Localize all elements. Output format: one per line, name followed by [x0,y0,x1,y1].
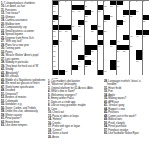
grid-cell[interactable] [143,10,149,14]
cell-number: 15 [53,10,55,12]
cell-number: 65 [85,65,87,67]
grid-cell[interactable] [72,15,78,19]
grid-cell[interactable]: 42 [130,35,136,39]
cell-number: 55 [123,50,125,52]
grid-cell[interactable]: 54 [117,50,123,54]
grid-cell[interactable] [72,60,78,64]
cell-number: 62 [136,60,138,62]
down-clues-list-right: 28. Language in which 'uhuru' is 'freedo… [104,79,149,135]
grid-cell[interactable]: 1 [59,1,65,5]
grid-cell-black [59,70,65,74]
grid-cell[interactable]: 31 [72,25,78,29]
clue-item: 26. Arrive [48,135,101,138]
grid-cell-black [53,70,59,74]
grid-cell-black [78,55,84,59]
cell-number: 25 [130,15,132,17]
clue-text: Like fastballer Nolan Ryan [108,131,139,134]
grid-cell[interactable]: 16 [72,10,78,14]
grid-cell[interactable]: 53 [91,50,97,54]
grid-cell[interactable] [136,25,142,29]
cell-number: 7 [130,0,131,2]
grid-cell[interactable] [85,25,91,29]
grid-cell-black [110,65,116,69]
grid-cell[interactable]: 26 [53,20,59,24]
grid-cell[interactable] [143,5,149,9]
grid-cell[interactable]: 59 [78,60,84,64]
grid-cell[interactable] [98,1,104,5]
grid-cell[interactable] [104,35,110,39]
cell-number: 38 [91,30,93,32]
cell-number: 37 [65,30,67,32]
cell-number: 2 [65,0,66,2]
cell-number: 47 [117,40,119,42]
grid-cell[interactable] [78,15,84,19]
cell-number: 49 [98,45,100,47]
grid-cell[interactable]: 48 [53,45,59,49]
cell-number: 27 [85,20,87,22]
cell-number: 52 [53,50,55,52]
grid-cell[interactable] [123,65,129,69]
grid-cell[interactable] [104,55,110,59]
grid-cell[interactable] [85,30,91,34]
cell-number: 10 [53,5,55,7]
grid-cell[interactable] [130,50,136,54]
grid-cell[interactable]: 18 [91,10,97,14]
grid-cell[interactable] [110,70,116,74]
cell-number: 21 [59,15,61,17]
cell-number: 35 [53,30,55,32]
cell-number: 30 [143,20,145,22]
grid-cell[interactable] [143,65,149,69]
grid-cell[interactable] [130,5,136,9]
grid-cell[interactable] [136,15,142,19]
cell-number: 34 [117,25,119,27]
cell-number: 53 [91,50,93,52]
grid-cell[interactable] [59,5,65,9]
grid-cell[interactable] [59,45,65,49]
grid-cell[interactable] [143,55,149,59]
cell-number: 57 [85,55,87,57]
grid-cell[interactable] [59,65,65,69]
grid-cell[interactable]: 64 [78,65,84,69]
grid-cell[interactable] [65,40,71,44]
grid-cell[interactable]: 55 [123,50,129,54]
grid-cell-black [85,45,91,49]
grid-cell[interactable] [143,60,149,64]
grid-cell[interactable] [78,45,84,49]
grid-cell[interactable] [85,35,91,39]
grid-cell[interactable] [85,70,91,74]
cell-number: 67 [65,70,67,72]
grid-cell[interactable]: 41 [78,35,84,39]
cell-number: 36 [59,30,61,32]
grid-cell[interactable] [130,65,136,69]
grid-cell[interactable] [65,10,71,14]
grid-cell[interactable]: 47 [117,40,123,44]
grid-cell[interactable] [123,60,129,64]
cell-number: 12 [104,5,106,7]
grid-cell-black [85,50,91,54]
cell-number: 50 [110,45,112,47]
cell-number: 24 [123,15,125,17]
grid-cell[interactable]: 15 [53,10,59,14]
grid-cell[interactable]: 19 [98,10,104,14]
grid-cell[interactable] [72,50,78,54]
clue-text: Like some tempers [5,124,28,127]
cell-number: 66 [117,65,119,67]
grid-cell[interactable]: 11 [85,5,91,9]
down-clues-column-left: 1. Coy maiden's declaration2. 'Waste not… [48,79,103,150]
grid-cell[interactable]: 13 [110,5,116,9]
grid-cell[interactable] [130,20,136,24]
grid-cell[interactable] [98,55,104,59]
cell-number: 1 [59,0,60,2]
cell-number: 54 [117,50,119,52]
grid-cell[interactable] [65,50,71,54]
clue-text: Arrive [52,135,59,138]
cell-number: 4 [91,0,92,2]
grid-cell[interactable] [65,35,71,39]
grid-cell[interactable] [110,20,116,24]
grid-cell[interactable]: 39 [104,30,110,34]
grid-cell[interactable]: 32 [78,25,84,29]
grid-cell[interactable]: 45 [59,40,65,44]
down-clues-list-left: 1. Coy maiden's declaration2. 'Waste not… [48,79,101,138]
cell-number: 3 [85,0,86,2]
grid-cell[interactable] [117,30,123,34]
grid-cell[interactable] [91,15,97,19]
cell-number: 22 [85,15,87,17]
grid-cell[interactable] [130,60,136,64]
grid-cell[interactable]: 17 [78,10,84,14]
grid-cell[interactable] [143,70,149,74]
grid-cell[interactable] [136,45,142,49]
grid-cell[interactable] [117,70,123,74]
grid-cell[interactable] [110,30,116,34]
grid-cell[interactable]: 51 [130,45,136,49]
grid-cell[interactable] [110,25,116,29]
grid-cell[interactable] [91,65,97,69]
cell-number: 41 [78,35,80,37]
grid-cell[interactable] [78,50,84,54]
grid-cell[interactable]: 58 [53,60,59,64]
grid-cell[interactable]: 60 [91,60,97,64]
grid-cell[interactable]: 20 [136,10,142,14]
grid-cell[interactable]: 46 [72,40,78,44]
cell-number: 46 [72,40,74,42]
grid-cell[interactable] [65,65,71,69]
grid-cell[interactable] [65,45,71,49]
grid-cell[interactable] [123,40,129,44]
cell-number: 16 [72,10,74,12]
grid-cell[interactable] [65,5,71,9]
grid-cell[interactable] [123,5,129,9]
grid-cell-black [91,45,97,49]
grid-cell-black [123,45,129,49]
grid-cell[interactable] [91,55,97,59]
cell-number: 43 [136,35,138,37]
grid-cell[interactable] [117,55,123,59]
cell-number: 61 [117,60,119,62]
grid-cell[interactable]: 9 [143,1,149,5]
grid-cell[interactable] [72,30,78,34]
cell-number: 64 [78,65,80,67]
grid-cell[interactable]: 14 [117,5,123,9]
cell-number: 68 [104,70,106,72]
grid-cell[interactable] [78,70,84,74]
grid-cell[interactable] [98,50,104,54]
cell-number: 6 [123,0,124,2]
grid-cell-black [136,50,142,54]
cell-number: 20 [136,10,138,12]
cell-number: 14 [117,5,119,7]
grid-cell[interactable]: 28 [104,20,110,24]
grid-cell-black [98,30,104,34]
grid-cell[interactable] [117,15,123,19]
cell-number: 13 [110,5,112,7]
cell-number: 59 [78,60,80,62]
grid-cell[interactable]: 66 [117,65,123,69]
grid-cell[interactable]: 44 [143,35,149,39]
grid-cell[interactable] [104,65,110,69]
grid-cell[interactable]: 52 [53,50,59,54]
grid-cell[interactable] [130,55,136,59]
grid-cell[interactable] [78,40,84,44]
grid-cell[interactable]: 43 [136,35,142,39]
grid-cell[interactable] [91,70,97,74]
grid-cell[interactable] [104,10,110,14]
grid-cell[interactable] [123,25,129,29]
down-clues-column-right: 28. Language in which 'uhuru' is 'freedo… [104,79,150,150]
grid-cell[interactable] [91,35,97,39]
grid-cell[interactable]: 62 [136,60,142,64]
grid-cell-black [123,35,129,39]
grid-cell[interactable] [59,55,65,59]
grid-cell[interactable] [59,60,65,64]
grid-cell[interactable]: 68 [104,70,110,74]
grid-cell[interactable] [65,15,71,19]
cell-number: 23 [110,15,112,17]
grid-cell[interactable] [143,45,149,49]
grid-cell[interactable]: 37 [65,30,71,34]
grid-cell[interactable] [72,45,78,49]
grid-cell[interactable] [91,40,97,44]
cell-number: 11 [85,5,87,7]
cell-number: 40 [53,35,55,37]
cell-number: 51 [130,45,132,47]
grid-cell[interactable] [136,70,142,74]
grid-cell[interactable] [65,55,71,59]
grid-cell-black [98,70,104,74]
grid-cell[interactable]: 38 [91,30,97,34]
cell-number: 44 [143,35,145,37]
grid-cell[interactable] [123,70,129,74]
grid-cell[interactable] [136,20,142,24]
grid-cell[interactable] [78,1,84,5]
cell-number: 58 [53,60,55,62]
grid-cell[interactable]: 57 [85,55,91,59]
across-clues-column: 1. T-shaped palace chambers10. Let down,… [1,1,51,149]
grid-cell[interactable]: 36 [59,30,65,34]
crossword-grid: 1234567891011121314151617181920212223242… [52,0,149,75]
grid-cell[interactable] [91,20,97,24]
grid-cell[interactable] [110,50,116,54]
grid-cell[interactable]: 4 [91,1,97,5]
grid-cell[interactable]: 6 [123,1,129,5]
cell-number: 39 [104,30,106,32]
cell-number: 42 [130,35,132,37]
grid-cell[interactable]: 27 [85,20,91,24]
clue-text: Language in which 'uhuru' is 'freedom' [107,79,141,85]
grid-cell[interactable]: 33 [98,25,104,29]
clue-item: 60. Like fastballer Nolan Ryan [104,131,149,134]
clue-item: 28. Language in which 'uhuru' is 'freedo… [104,79,149,86]
cell-number: 63 [53,65,55,67]
grid-cell[interactable] [143,25,149,29]
grid-cell[interactable] [136,40,142,44]
grid-cell[interactable] [136,65,142,69]
cell-number: 8 [136,0,137,2]
grid-cell[interactable]: 61 [117,60,123,64]
grid-cell[interactable] [130,25,136,29]
grid-cell[interactable] [59,50,65,54]
grid-cell[interactable]: 34 [117,25,123,29]
grid-cell[interactable] [72,55,78,59]
cell-number: 48 [53,45,55,47]
grid-cell[interactable]: 29 [123,20,129,24]
grid-cell-black [72,65,78,69]
cell-number: 28 [104,20,106,22]
cell-number: 31 [72,25,74,27]
clue-item: 63. Like some tempers [1,124,49,127]
grid-cell[interactable] [143,40,149,44]
grid-cell[interactable]: 30 [143,20,149,24]
grid-cell[interactable]: 21 [59,15,65,19]
grid-cell[interactable]: 7 [130,1,136,5]
cell-number: 33 [98,25,100,27]
cell-number: 17 [78,10,80,12]
grid-cell[interactable] [98,65,104,69]
grid-cell-black [136,55,142,59]
grid-cell[interactable]: 63 [53,65,59,69]
grid-cell[interactable]: 50 [110,45,116,49]
grid-cell[interactable]: 23 [110,15,116,19]
grid-cell[interactable] [98,35,104,39]
grid-cell[interactable] [65,60,71,64]
grid-cell[interactable] [104,45,110,49]
grid-cell[interactable] [98,15,104,19]
grid-cell[interactable] [104,50,110,54]
grid-cell[interactable] [98,60,104,64]
cell-number: 29 [123,20,125,22]
grid-cell[interactable] [123,55,129,59]
grid-cell[interactable]: 25 [130,15,136,19]
grid-cell[interactable]: 65 [85,65,91,69]
grid-cell[interactable] [85,40,91,44]
grid-cell[interactable] [117,10,123,14]
grid-cell[interactable]: 12 [104,5,110,9]
cell-number: 19 [98,10,100,12]
grid-cell[interactable] [72,1,78,5]
grid-cell[interactable] [72,70,78,74]
cell-number: 5 [104,0,105,2]
cell-number: 26 [53,20,55,22]
cell-number: 18 [91,10,93,12]
cell-number: 56 [53,55,55,57]
grid-cell[interactable]: 56 [53,55,59,59]
grid-cell[interactable] [104,60,110,64]
grid-cell[interactable]: 49 [98,45,104,49]
grid-cell[interactable]: 8 [136,1,142,5]
grid-cell-black [110,60,116,64]
grid-cell[interactable] [104,40,110,44]
across-clues-list: 1. T-shaped palace chambers10. Let down,… [1,1,49,127]
grid-cell[interactable]: 2 [65,1,71,5]
cell-number: 60 [91,60,93,62]
grid-cell-black [117,45,123,49]
cell-number: 32 [78,25,80,27]
grid-cell[interactable]: 67 [65,70,71,74]
grid-cell[interactable] [143,50,149,54]
grid-cell[interactable] [130,70,136,74]
grid-cell[interactable]: 40 [53,35,59,39]
cell-number: 45 [59,40,61,42]
grid-cell[interactable] [110,55,116,59]
grid-cell[interactable] [65,20,71,24]
grid-cell-black [85,60,91,64]
cell-number: 9 [143,0,144,2]
grid-cell[interactable] [110,35,116,39]
grid-cell[interactable] [59,20,65,24]
grid-cell[interactable] [123,30,129,34]
